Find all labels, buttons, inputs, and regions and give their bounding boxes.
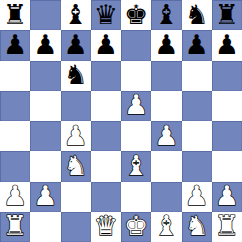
square-c2[interactable] (61, 182, 91, 212)
square-e1[interactable]: ♚ (121, 212, 151, 242)
square-f7[interactable]: ♟ (151, 30, 181, 60)
square-h1[interactable]: ♜ (212, 212, 242, 242)
black-rook: ♜ (3, 1, 27, 28)
square-f1[interactable]: ♝ (151, 212, 181, 242)
white-king: ♚ (124, 212, 148, 239)
square-d2[interactable] (91, 182, 121, 212)
square-b2[interactable]: ♟ (30, 182, 60, 212)
square-d4[interactable] (91, 121, 121, 151)
square-b3[interactable] (30, 151, 60, 181)
white-rook: ♜ (3, 212, 27, 239)
square-b6[interactable] (30, 61, 60, 91)
black-pawn: ♟ (94, 31, 118, 58)
chess-board: ♜♝♛♚♝♞♜♟♟♟♟♟♟♟♞♟♟♟♞♝♟♟♟♟♜♛♚♝♞♜ (0, 0, 242, 242)
square-h8[interactable]: ♜ (212, 0, 242, 30)
square-f4[interactable]: ♟ (151, 121, 181, 151)
square-b7[interactable]: ♟ (30, 30, 60, 60)
square-a6[interactable] (0, 61, 30, 91)
square-c1[interactable] (61, 212, 91, 242)
square-c7[interactable]: ♟ (61, 30, 91, 60)
square-c8[interactable]: ♝ (61, 0, 91, 30)
square-h3[interactable] (212, 151, 242, 181)
square-d8[interactable]: ♛ (91, 0, 121, 30)
square-a7[interactable]: ♟ (0, 30, 30, 60)
white-pawn: ♟ (154, 122, 178, 149)
square-e8[interactable]: ♚ (121, 0, 151, 30)
square-h4[interactable] (212, 121, 242, 151)
black-king: ♚ (124, 1, 148, 28)
white-rook: ♜ (215, 212, 239, 239)
square-d5[interactable] (91, 91, 121, 121)
square-b5[interactable] (30, 91, 60, 121)
white-pawn: ♟ (124, 91, 148, 118)
square-f6[interactable] (151, 61, 181, 91)
square-e7[interactable] (121, 30, 151, 60)
square-g5[interactable] (182, 91, 212, 121)
black-queen: ♛ (94, 1, 118, 28)
square-h2[interactable]: ♟ (212, 182, 242, 212)
square-g3[interactable] (182, 151, 212, 181)
square-a4[interactable] (0, 121, 30, 151)
white-pawn: ♟ (3, 182, 27, 209)
white-queen: ♛ (94, 212, 118, 239)
square-b1[interactable] (30, 212, 60, 242)
black-pawn: ♟ (33, 31, 57, 58)
square-a3[interactable] (0, 151, 30, 181)
white-knight: ♞ (185, 212, 209, 239)
square-f2[interactable] (151, 182, 181, 212)
black-knight: ♞ (64, 61, 88, 88)
square-f8[interactable]: ♝ (151, 0, 181, 30)
square-a1[interactable]: ♜ (0, 212, 30, 242)
white-pawn: ♟ (64, 122, 88, 149)
square-c6[interactable]: ♞ (61, 61, 91, 91)
square-c5[interactable] (61, 91, 91, 121)
black-rook: ♜ (215, 1, 239, 28)
square-a5[interactable] (0, 91, 30, 121)
square-f5[interactable] (151, 91, 181, 121)
square-e3[interactable]: ♝ (121, 151, 151, 181)
black-pawn: ♟ (215, 31, 239, 58)
square-e6[interactable] (121, 61, 151, 91)
square-d6[interactable] (91, 61, 121, 91)
square-g2[interactable]: ♟ (182, 182, 212, 212)
white-knight: ♞ (64, 152, 88, 179)
square-f3[interactable] (151, 151, 181, 181)
black-pawn: ♟ (64, 31, 88, 58)
black-bishop: ♝ (154, 1, 178, 28)
black-bishop: ♝ (64, 1, 88, 28)
square-h5[interactable] (212, 91, 242, 121)
square-e5[interactable]: ♟ (121, 91, 151, 121)
square-c3[interactable]: ♞ (61, 151, 91, 181)
white-bishop: ♝ (124, 152, 148, 179)
square-b8[interactable] (30, 0, 60, 30)
black-knight: ♞ (185, 1, 209, 28)
square-g1[interactable]: ♞ (182, 212, 212, 242)
square-h7[interactable]: ♟ (212, 30, 242, 60)
square-g6[interactable] (182, 61, 212, 91)
square-g8[interactable]: ♞ (182, 0, 212, 30)
white-bishop: ♝ (154, 212, 178, 239)
black-pawn: ♟ (185, 31, 209, 58)
white-pawn: ♟ (185, 182, 209, 209)
square-e4[interactable] (121, 121, 151, 151)
square-e2[interactable] (121, 182, 151, 212)
white-pawn: ♟ (33, 182, 57, 209)
square-c4[interactable]: ♟ (61, 121, 91, 151)
square-d7[interactable]: ♟ (91, 30, 121, 60)
white-pawn: ♟ (215, 182, 239, 209)
square-d1[interactable]: ♛ (91, 212, 121, 242)
square-d3[interactable] (91, 151, 121, 181)
black-pawn: ♟ (3, 31, 27, 58)
square-g7[interactable]: ♟ (182, 30, 212, 60)
black-pawn: ♟ (154, 31, 178, 58)
square-b4[interactable] (30, 121, 60, 151)
square-g4[interactable] (182, 121, 212, 151)
square-a8[interactable]: ♜ (0, 0, 30, 30)
square-h6[interactable] (212, 61, 242, 91)
square-a2[interactable]: ♟ (0, 182, 30, 212)
